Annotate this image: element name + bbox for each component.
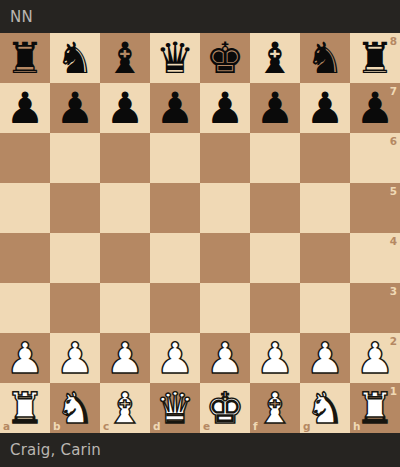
piece-white-king[interactable]: ♚: [200, 383, 250, 433]
square-a3[interactable]: [0, 283, 50, 333]
square-f4[interactable]: [250, 233, 300, 283]
square-c2[interactable]: ♟: [100, 333, 150, 383]
piece-white-pawn[interactable]: ♟: [0, 333, 50, 383]
square-h5[interactable]: 5: [350, 183, 400, 233]
piece-white-pawn[interactable]: ♟: [200, 333, 250, 383]
piece-white-pawn[interactable]: ♟: [100, 333, 150, 383]
square-e7[interactable]: ♟: [200, 83, 250, 133]
rank-label-3: 3: [390, 286, 397, 297]
square-d3[interactable]: [150, 283, 200, 333]
square-b7[interactable]: ♟: [50, 83, 100, 133]
piece-white-rook[interactable]: ♜: [0, 383, 50, 433]
piece-black-pawn[interactable]: ♟: [300, 83, 350, 133]
square-d2[interactable]: ♟: [150, 333, 200, 383]
square-e4[interactable]: [200, 233, 250, 283]
square-f6[interactable]: [250, 133, 300, 183]
piece-white-pawn[interactable]: ♟: [50, 333, 100, 383]
piece-white-bishop[interactable]: ♝: [250, 383, 300, 433]
square-a2[interactable]: ♟: [0, 333, 50, 383]
square-h1[interactable]: ♜1h: [350, 383, 400, 433]
rank-label-4: 4: [390, 236, 397, 247]
piece-white-pawn[interactable]: ♟: [300, 333, 350, 383]
square-h4[interactable]: 4: [350, 233, 400, 283]
square-d4[interactable]: [150, 233, 200, 283]
piece-black-bishop[interactable]: ♝: [250, 33, 300, 83]
square-e1[interactable]: ♚e: [200, 383, 250, 433]
piece-white-pawn[interactable]: ♟: [250, 333, 300, 383]
piece-white-pawn[interactable]: ♟: [150, 333, 200, 383]
piece-black-pawn[interactable]: ♟: [50, 83, 100, 133]
square-g6[interactable]: [300, 133, 350, 183]
square-b3[interactable]: [50, 283, 100, 333]
piece-white-rook[interactable]: ♜: [350, 383, 400, 433]
square-e6[interactable]: [200, 133, 250, 183]
square-b4[interactable]: [50, 233, 100, 283]
top-player-name: NN: [10, 8, 33, 26]
rank-label-6: 6: [390, 136, 397, 147]
square-h8[interactable]: ♜8: [350, 33, 400, 83]
square-e3[interactable]: [200, 283, 250, 333]
piece-black-knight[interactable]: ♞: [300, 33, 350, 83]
square-a4[interactable]: [0, 233, 50, 283]
square-f8[interactable]: ♝: [250, 33, 300, 83]
piece-black-pawn[interactable]: ♟: [250, 83, 300, 133]
piece-white-queen[interactable]: ♛: [150, 383, 200, 433]
piece-black-rook[interactable]: ♜: [350, 33, 400, 83]
square-d7[interactable]: ♟: [150, 83, 200, 133]
piece-black-knight[interactable]: ♞: [50, 33, 100, 83]
rank-label-5: 5: [390, 186, 397, 197]
bottom-player-name: Craig, Carin: [10, 441, 101, 459]
piece-black-king[interactable]: ♚: [200, 33, 250, 83]
square-a5[interactable]: [0, 183, 50, 233]
square-f3[interactable]: [250, 283, 300, 333]
square-g5[interactable]: [300, 183, 350, 233]
square-e5[interactable]: [200, 183, 250, 233]
square-b6[interactable]: [50, 133, 100, 183]
piece-black-pawn[interactable]: ♟: [0, 83, 50, 133]
square-g4[interactable]: [300, 233, 350, 283]
square-d1[interactable]: ♛d: [150, 383, 200, 433]
square-a7[interactable]: ♟: [0, 83, 50, 133]
square-c8[interactable]: ♝: [100, 33, 150, 83]
square-g7[interactable]: ♟: [300, 83, 350, 133]
square-g3[interactable]: [300, 283, 350, 333]
square-h7[interactable]: ♟7: [350, 83, 400, 133]
square-b1[interactable]: ♞b: [50, 383, 100, 433]
square-g8[interactable]: ♞: [300, 33, 350, 83]
square-f2[interactable]: ♟: [250, 333, 300, 383]
square-b8[interactable]: ♞: [50, 33, 100, 83]
piece-black-pawn[interactable]: ♟: [150, 83, 200, 133]
square-a6[interactable]: [0, 133, 50, 183]
square-b5[interactable]: [50, 183, 100, 233]
piece-black-pawn[interactable]: ♟: [200, 83, 250, 133]
square-g2[interactable]: ♟: [300, 333, 350, 383]
square-a1[interactable]: ♜a: [0, 383, 50, 433]
square-a8[interactable]: ♜: [0, 33, 50, 83]
square-c7[interactable]: ♟: [100, 83, 150, 133]
piece-black-pawn[interactable]: ♟: [100, 83, 150, 133]
square-d5[interactable]: [150, 183, 200, 233]
piece-white-knight[interactable]: ♞: [300, 383, 350, 433]
bottom-player-bar: Craig, Carin: [0, 433, 400, 467]
square-c4[interactable]: [100, 233, 150, 283]
square-g1[interactable]: ♞g: [300, 383, 350, 433]
square-d6[interactable]: [150, 133, 200, 183]
piece-black-bishop[interactable]: ♝: [100, 33, 150, 83]
square-c5[interactable]: [100, 183, 150, 233]
square-c6[interactable]: [100, 133, 150, 183]
piece-black-queen[interactable]: ♛: [150, 33, 200, 83]
square-e2[interactable]: ♟: [200, 333, 250, 383]
piece-black-rook[interactable]: ♜: [0, 33, 50, 83]
square-d8[interactable]: ♛: [150, 33, 200, 83]
square-h6[interactable]: 6: [350, 133, 400, 183]
square-f1[interactable]: ♝f: [250, 383, 300, 433]
square-c3[interactable]: [100, 283, 150, 333]
square-h3[interactable]: 3: [350, 283, 400, 333]
piece-black-pawn[interactable]: ♟: [350, 83, 400, 133]
square-h2[interactable]: ♟2: [350, 333, 400, 383]
square-f7[interactable]: ♟: [250, 83, 300, 133]
square-e8[interactable]: ♚: [200, 33, 250, 83]
square-f5[interactable]: [250, 183, 300, 233]
piece-white-pawn[interactable]: ♟: [350, 333, 400, 383]
square-c1[interactable]: ♝c: [100, 383, 150, 433]
piece-white-knight[interactable]: ♞: [50, 383, 100, 433]
top-player-bar: NN: [0, 0, 400, 33]
chess-board[interactable]: ♜♞♝♛♚♝♞♜8♟♟♟♟♟♟♟♟76543♟♟♟♟♟♟♟♟2♜a♞b♝c♛d♚…: [0, 33, 400, 433]
piece-white-bishop[interactable]: ♝: [100, 383, 150, 433]
square-b2[interactable]: ♟: [50, 333, 100, 383]
